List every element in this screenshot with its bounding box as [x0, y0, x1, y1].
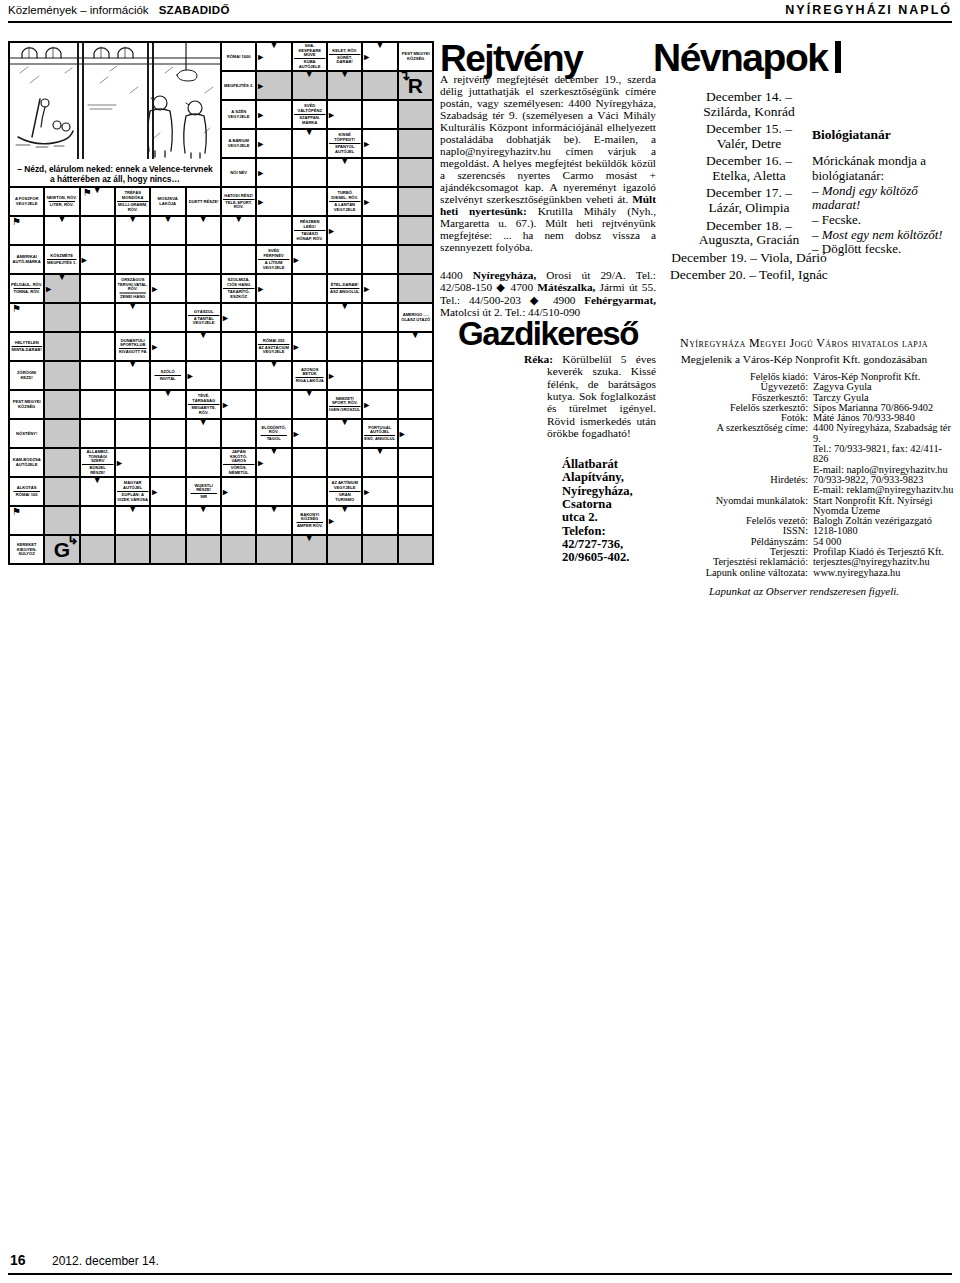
clue-line: DUNÁNTÚLI SPORTKLUB	[117, 338, 148, 347]
clue-line: NEWTON, RÖV.	[47, 196, 77, 200]
crossword-answer-cell[interactable]	[80, 419, 115, 448]
crossword-solution-cell[interactable]	[44, 390, 79, 419]
crossword-answer-cell[interactable]: ►	[292, 332, 327, 361]
arrow-down-icon: ▼	[164, 216, 173, 224]
crossword-answer-cell[interactable]: ►	[150, 332, 185, 361]
crossword-answer-cell[interactable]: ►	[327, 100, 362, 129]
crossword-answer-cell[interactable]	[115, 390, 150, 419]
crossword-answer-cell[interactable]	[80, 303, 115, 332]
crossword-answer-cell[interactable]	[221, 332, 256, 361]
crossword-answer-cell[interactable]	[150, 419, 185, 448]
crossword-answer-cell[interactable]: ▼	[398, 332, 433, 361]
clue-text: MEGFEJTÉS 2.	[222, 72, 255, 99]
crossword-answer-cell[interactable]	[221, 506, 256, 535]
crossword-solution-cell[interactable]	[44, 361, 79, 390]
crossword-solution-cell[interactable]	[44, 332, 79, 361]
crossword-answer-cell[interactable]	[221, 419, 256, 448]
clue-line: NEMZETI SPORT, RÖV.	[329, 396, 360, 405]
crossword-answer-cell[interactable]: ►	[256, 187, 291, 216]
clue-line: WUESTLI RÉSZE!	[188, 483, 219, 492]
arrow-right-icon: ►	[256, 52, 265, 61]
arrow-right-icon: ►	[150, 487, 159, 496]
arrow-right-icon: ►	[327, 516, 336, 525]
crossword-answer-cell[interactable]	[362, 158, 397, 187]
clue-line: RIGA LAKÓJA	[295, 377, 323, 383]
clue-line: TÉVÉ-TÁRSASÁG	[188, 394, 219, 403]
clue-line: DUETT RÉSZE!	[188, 199, 218, 203]
clue-line: SÖRÉT-DARAB!	[329, 54, 360, 65]
crossword-answer-cell[interactable]	[398, 506, 433, 535]
crossword-solution-cell[interactable]	[150, 535, 185, 564]
clue-line: PEST MEGYEI KÖZSÉG	[400, 52, 431, 61]
arrow-down-icon: ▼	[199, 506, 208, 514]
crossword-answer-cell[interactable]: ►	[221, 303, 256, 332]
crossword-solution-cell[interactable]	[221, 535, 256, 564]
clue-line: SVÉD VÁLTÓPÉNZ	[294, 104, 325, 113]
clue-line: IGEN OROSZUL	[329, 406, 360, 412]
clue-text: ÁLLAMBIZ-TONSÁGI SZERVBŰNJEL RÉSZE!	[81, 449, 114, 476]
crossword-answer-cell[interactable]	[362, 361, 397, 390]
crossword-answer-cell[interactable]: ►	[362, 477, 397, 506]
clue-line: GYÁSZOL	[193, 309, 213, 313]
crossword-solution-cell[interactable]	[398, 187, 433, 216]
crossword-answer-cell[interactable]	[292, 477, 327, 506]
crossword-solution-cell[interactable]	[44, 448, 79, 477]
crossword-given-letter-cell[interactable]: G↳	[44, 535, 79, 564]
crossword-answer-cell[interactable]: ►	[256, 129, 291, 158]
clue-line: AZ AKTÍNIUM VEGYJELE	[329, 481, 360, 490]
crossword-answer-cell[interactable]: ⚑	[9, 303, 44, 332]
impressum-row: Lapunk online változata:www.nyiregyhaza.…	[653, 568, 955, 578]
clue-line: PEST MEGYEI KÖZSÉG	[11, 400, 42, 409]
joke-line: – Fecske.	[812, 213, 960, 228]
crossword-answer-cell[interactable]	[362, 100, 397, 129]
crossword-answer-cell[interactable]: ►	[115, 448, 150, 477]
crossword-answer-cell[interactable]: ▼	[44, 216, 79, 245]
crossword-answer-cell[interactable]	[327, 332, 362, 361]
rejtveny-section-title: Rejtvény	[440, 40, 582, 77]
impressum-label: Lapunk online változata:	[653, 568, 808, 578]
crossword-answer-cell[interactable]: ►	[256, 158, 291, 187]
crossword-answer-cell[interactable]: ►▼	[362, 42, 397, 71]
crossword-solution-cell[interactable]	[398, 535, 433, 564]
crossword-answer-cell[interactable]: ▼	[327, 303, 362, 332]
newspaper-title: NYÍREGYHÁZI NAPLÓ	[785, 3, 952, 17]
contact-line: Csatorna	[562, 498, 633, 511]
nameday-names: Teofil, Ignác	[759, 267, 828, 282]
crossword-answer-cell[interactable]	[186, 448, 221, 477]
arrow-down-icon: ▼	[93, 187, 102, 195]
crossword-answer-cell[interactable]	[80, 332, 115, 361]
clue-text: RÉSZBEN LEÉG!TAVASZI HÓNAP, RÖV.	[293, 217, 326, 244]
clue-line: SHA-KESPEARE MŰVE	[294, 44, 325, 57]
crossword-answer-cell[interactable]: ▼	[256, 506, 291, 535]
nameday-entry: December 20. – Teofil, Ignác	[648, 268, 850, 283]
nameday-date: December 14. –	[706, 89, 792, 104]
contact-line: Nyíregyháza,	[562, 485, 633, 498]
crossword-solution-cell[interactable]	[115, 535, 150, 564]
crossword-answer-cell[interactable]: ▼	[256, 361, 291, 390]
clue-line: GRAN TURISMO	[329, 491, 360, 502]
clue-text: RÓMAI 255AZ ASZTÁCIUM VEGYJELE	[257, 333, 290, 360]
crossword-solution-cell[interactable]: ▼	[292, 535, 327, 564]
office-address-block: 4400 Nyíregyháza, Orosi út 29/A. Tel.: 4…	[440, 269, 656, 319]
crossword-solution-cell[interactable]	[80, 535, 115, 564]
arrow-right-icon: ►	[186, 371, 195, 380]
crossword-clue-cell: TRÉFÁS MONDÓKAMILLI-GRAMM, RÖV.	[115, 187, 150, 216]
crossword-solution-cell[interactable]	[398, 129, 433, 158]
clue-line: A FOSZFOR VEGYJELE	[11, 197, 42, 206]
crossword-solution-cell[interactable]	[398, 216, 433, 245]
rejtveny-text-1: A rejtvény megfejtését december 19., sze…	[440, 73, 656, 205]
crossword-clue-cell: DUETT RÉSZE!	[186, 187, 221, 216]
crossword-solution-cell[interactable]	[186, 535, 221, 564]
crossword-solution-cell[interactable]	[398, 274, 433, 303]
clue-text: KISSÉ TÖPPEDT!SPANYOL AUTÓJEL	[328, 130, 361, 157]
contact-line: 20/9605-402.	[562, 551, 633, 564]
crossword-clue-cell: KÖSZMÉTEMEGFEJTÉS 1.	[44, 245, 79, 274]
clue-line: KIVÁGOTT FA	[119, 348, 147, 354]
arrow-down-icon: ▼	[199, 216, 208, 224]
crossword-answer-cell[interactable]: ►	[398, 419, 433, 448]
nameday-date: December 16. –	[706, 153, 792, 168]
impressum-value: Tel.: 70/933-9821, fax: 42/411-826	[813, 444, 955, 465]
impressum-label: Nyomdai munkálatok:	[653, 496, 808, 517]
crossword-answer-cell[interactable]	[256, 303, 291, 332]
crossword-clue-cell: KISSÉ TÖPPEDT!SPANYOL AUTÓJEL	[327, 129, 362, 158]
crossword-answer-cell[interactable]: ▼	[115, 361, 150, 390]
crossword-clue-cell: PORTUGÁL AUTÓJELESŐ, ANGOLUL	[362, 419, 397, 448]
impressum-label: A szerkesztőség címe:	[653, 423, 808, 444]
crossword-answer-cell[interactable]	[292, 303, 327, 332]
crossword-answer-cell[interactable]	[398, 477, 433, 506]
crossword-solution-cell[interactable]: ►	[256, 71, 291, 100]
arrow-down-icon: ▼	[376, 42, 385, 50]
clue-text: AZ AKTÍNIUM VEGYJELEGRAN TURISMO	[328, 478, 361, 505]
impressum-publisher-line: Megjelenik a Város-Kép Nonprofit Kft. go…	[653, 353, 955, 365]
crossword-answer-cell[interactable]: ▼	[115, 506, 150, 535]
crossword-answer-cell[interactable]	[80, 361, 115, 390]
footer-rule	[8, 1273, 952, 1275]
clue-line: A TANTÁL VEGYJELE	[188, 315, 219, 326]
flag-arrow-icon: ⚑	[12, 304, 21, 314]
clue-line: LITER, RÖV.	[49, 201, 76, 207]
crossword-answer-cell[interactable]	[398, 361, 433, 390]
crossword-answer-cell[interactable]: ►	[327, 216, 362, 245]
crossword-answer-cell[interactable]	[362, 332, 397, 361]
clue-line: AMERIKAI AUTÓ-MÁRKA	[11, 255, 42, 264]
crossword-solution-cell[interactable]: ▼	[327, 71, 362, 100]
impressum-row: Tel.: 70/933-9821, fax: 42/411-826	[653, 444, 955, 465]
crossword-answer-cell[interactable]: ►	[150, 477, 185, 506]
crossword-answer-cell[interactable]: ▼	[186, 506, 221, 535]
crossword-answer-cell[interactable]: ▼	[115, 303, 150, 332]
pet-name: Réka:	[524, 353, 553, 365]
clue-text: PEST MEGYEI KÖZSÉG	[399, 43, 432, 70]
crossword-answer-cell[interactable]: ▼	[186, 216, 221, 245]
arrow-right-icon: ►	[362, 487, 371, 496]
crossword-solution-cell[interactable]	[398, 158, 433, 187]
clue-line: ESŐ, ANGOLUL	[364, 435, 395, 441]
arrow-right-icon: ►	[80, 255, 89, 264]
crossword-answer-cell[interactable]	[221, 361, 256, 390]
crossword-clue-cell: NEMZETI SPORT, RÖV.IGEN OROSZUL	[327, 390, 362, 419]
address-city: Fehérgyarmat,	[584, 294, 656, 306]
crossword-answer-cell[interactable]: ▼	[186, 332, 221, 361]
clue-text: TRÉFÁS MONDÓKAMILLI-GRAMM, RÖV.	[116, 188, 149, 215]
crossword-answer-cell[interactable]	[292, 158, 327, 187]
arrow-right-icon: ►	[221, 487, 230, 496]
impressum-row: A szerkesztőség címe:4400 Nyíregyháza, S…	[653, 423, 955, 444]
crossword-answer-cell[interactable]: ►	[150, 274, 185, 303]
crossword-answer-cell[interactable]: ►	[186, 361, 221, 390]
crossword-solution-cell[interactable]	[398, 245, 433, 274]
section-breadcrumb: Közlemények – információkSZABADIDŐ	[8, 4, 230, 16]
crossword-clue-cell: AZONOS BETŰKRIGA LAKÓJA	[292, 361, 327, 390]
clue-line: KISSÉ TÖPPEDT!	[329, 133, 360, 142]
clue-line: TONNA, RÖV.	[13, 288, 40, 294]
clue-line: PÉLDÁUL, RÖV.	[11, 283, 42, 287]
clue-text: ZÖRÖGNI KEZD!	[10, 362, 43, 389]
crossword-answer-cell[interactable]: ▼	[362, 448, 397, 477]
crossword-answer-cell[interactable]: ►	[256, 100, 291, 129]
page-number: 16	[10, 1252, 26, 1268]
crossword-answer-cell[interactable]	[398, 448, 433, 477]
crossword-answer-cell[interactable]	[362, 303, 397, 332]
crossword-clue-cell: ZÖRÖGNI KEZD!	[9, 361, 44, 390]
crossword-answer-cell[interactable]	[256, 390, 291, 419]
crossword-solution-cell[interactable]	[256, 535, 291, 564]
crossword-clue-cell: ELŐDÖNTŐ, RÖV.TAGOL	[256, 419, 291, 448]
crossword-answer-cell[interactable]: ►	[362, 187, 397, 216]
crossword-solution-cell[interactable]	[362, 71, 397, 100]
clue-line: A LÍTIUM VEGYJELE	[258, 259, 289, 270]
clue-line: ORSZÁGOS TERVHI-VATAL, RÖV.	[117, 278, 148, 291]
crossword-clue-cell: AMERIGO …, OLASZ UTAZÓ	[398, 303, 433, 332]
arrow-down-icon: ▼	[270, 506, 279, 514]
clue-line: RÓMAI 1000	[227, 54, 251, 58]
nameday-names: Valér, Detre	[717, 136, 782, 151]
crossword-clue-cell: A FOSZFOR VEGYJELE	[9, 187, 44, 216]
clue-line: TRÉFÁS MONDÓKA	[117, 191, 148, 200]
crossword-answer-cell[interactable]	[80, 274, 115, 303]
crossword-solution-cell[interactable]	[44, 477, 79, 506]
clue-text: AMERIGO …, OLASZ UTAZÓ	[399, 304, 432, 331]
clue-line: ÁLLAMBIZ-TONSÁGI SZERV	[82, 450, 113, 463]
crossword-answer-cell[interactable]: ►	[221, 477, 256, 506]
crossword-given-letter-cell[interactable]: R↴	[398, 71, 433, 100]
crossword-clue-cell: MEGFEJTÉS 2.	[221, 71, 256, 100]
crossword-solution-cell[interactable]: ▼	[292, 71, 327, 100]
arrow-down-icon: ▼	[58, 274, 67, 282]
clue-text: RÓMAI 1000	[222, 43, 255, 70]
crossword-solution-cell[interactable]: ►▼	[44, 274, 79, 303]
crossword-answer-cell[interactable]: ►▼	[327, 506, 362, 535]
arrow-right-icon: ►	[256, 139, 265, 148]
arrow-down-icon: ▼	[305, 390, 314, 398]
crossword-answer-cell[interactable]	[256, 477, 291, 506]
crossword-clue-cell: MOSZKVA LAKÓJA	[150, 187, 185, 216]
clue-text: AMERIKAI AUTÓ-MÁRKA	[10, 246, 43, 273]
crossword-answer-cell[interactable]: ►	[292, 419, 327, 448]
clue-line: ELŐDÖNTŐ, RÖV.	[258, 425, 289, 434]
crossword-answer-cell[interactable]	[150, 303, 185, 332]
clue-text: A BÁRIUM VEGYJELE	[222, 130, 255, 157]
arrow-right-icon: ►	[256, 458, 265, 467]
crossword-answer-cell[interactable]	[327, 245, 362, 274]
clue-text: KELET, RÖV.SÖRÉT-DARAB!	[328, 43, 361, 70]
crossword-clue-cell: RÓMAI 1000	[221, 42, 256, 71]
crossword-clue-cell: DUNÁNTÚLI SPORTKLUBKIVÁGOTT FA	[115, 332, 150, 361]
clue-text: NEMZETI SPORT, RÖV.IGEN OROSZUL	[328, 391, 361, 418]
impressum-value: www.nyiregyhaza.hu	[813, 568, 955, 578]
crossword-answer-cell[interactable]	[398, 390, 433, 419]
crossword-answer-cell[interactable]	[327, 448, 362, 477]
clue-line: ZÖRÖGNI KEZD!	[11, 371, 42, 380]
crossword-answer-cell[interactable]: ▼	[221, 216, 256, 245]
clue-text: PORTUGÁL AUTÓJELESŐ, ANGOLUL	[363, 420, 396, 447]
joke-line: – Most egy nem költözőt!	[812, 228, 960, 243]
crossword-answer-cell[interactable]: ▼	[292, 129, 327, 158]
crossword-grid: – Nézd, elárulom neked: ennek a Velence-…	[8, 41, 434, 565]
crossword-answer-cell[interactable]	[186, 245, 221, 274]
crossword-answer-cell[interactable]	[80, 390, 115, 419]
clue-text: A FOSZFOR VEGYJELE	[10, 188, 43, 215]
crossword-answer-cell[interactable]: ▼	[186, 419, 221, 448]
crossword-solution-cell[interactable]	[44, 303, 79, 332]
crossword-answer-cell[interactable]	[186, 274, 221, 303]
crossword-answer-cell[interactable]: ►	[327, 361, 362, 390]
crossword-answer-cell[interactable]: ▼	[292, 390, 327, 419]
arrow-down-icon: ▼	[199, 419, 208, 427]
crossword-answer-cell[interactable]	[362, 506, 397, 535]
crossword-clue-cell: A BÁRIUM VEGYJELE	[221, 129, 256, 158]
crossword-answer-cell[interactable]: ►	[221, 390, 256, 419]
crossword-clue-cell: PÉLDÁUL, RÖV.TONNA, RÖV.	[9, 274, 44, 303]
clue-line: SVÉD FÉRFINÉV	[258, 249, 289, 258]
arrow-right-icon: ►	[150, 342, 159, 351]
crossword-answer-cell[interactable]: ►▼	[256, 448, 291, 477]
nameday-date: December 19. –	[671, 250, 757, 265]
clue-line: SPANYOL AUTÓJEL	[329, 143, 360, 154]
crossword-cartoon-cell: – Nézd, elárulom neked: ennek a Velence-…	[9, 42, 221, 187]
crossword-answer-cell[interactable]: ►	[256, 274, 291, 303]
clue-line: AMERIGO …, OLASZ UTAZÓ	[400, 313, 431, 322]
clue-line: RÓMAI 100	[13, 491, 40, 497]
crossword-answer-cell[interactable]	[256, 216, 291, 245]
crossword-answer-cell[interactable]: ▼	[150, 390, 185, 419]
contact-line: Alapítvány,	[562, 471, 633, 484]
crossword-answer-cell[interactable]	[362, 216, 397, 245]
crossword-clue-cell: SVÉD VÁLTÓPÉNZSZAPPAN-MÁRKA	[292, 100, 327, 129]
clue-line: MINTA-DARAB!	[12, 346, 42, 352]
crossword-solution-cell[interactable]	[398, 100, 433, 129]
clue-line: HATODI RÉSZ!	[224, 193, 253, 197]
crossword-answer-cell[interactable]: ►	[362, 129, 397, 158]
crossword-answer-cell[interactable]	[292, 448, 327, 477]
crossword-solution-cell[interactable]	[44, 419, 79, 448]
clue-line: KAM-BODZSA AUTÓJELE	[11, 458, 42, 467]
crossword-answer-cell[interactable]	[80, 506, 115, 535]
shelter-contact-block: ÁllatbarátAlapítvány,Nyíregyháza,Csatorn…	[562, 458, 633, 565]
arrow-down-icon: ▼	[93, 477, 102, 485]
crossword-answer-cell[interactable]: ►	[292, 245, 327, 274]
clue-text: JAPÁN KIKÖTŐ-VÁROSVÖRÖS, NÉMETÜL	[222, 449, 255, 476]
crossword-answer-cell[interactable]: ⚑	[9, 216, 44, 245]
arrow-right-icon: ►	[398, 429, 407, 438]
impressum-observer-note: Lapunkat az Observer rendszeresen figyel…	[653, 585, 955, 597]
crossword-answer-cell[interactable]: ▼	[150, 216, 185, 245]
crossword-solution-cell[interactable]	[44, 506, 79, 535]
arrow-right-icon: ►	[115, 458, 124, 467]
gazdikereso-section-title: Gazdikereső	[440, 317, 656, 350]
clue-line: A BÁRIUM VEGYJELE	[223, 139, 254, 148]
clue-line: TELE-SPORT, RÖV.	[223, 199, 254, 210]
gazdikereso-body-text: Réka: Körülbelül 5 éves keverék szuka. K…	[547, 353, 656, 439]
impressum-rows: Felelős kiadó:Város-Kép Nonprofit Kft.Üg…	[653, 372, 955, 578]
crossword-answer-cell[interactable]	[150, 245, 185, 274]
cartoon-caption: – Nézd, elárulom neked: ennek a Velence-…	[10, 164, 220, 184]
address-run: 4400	[440, 269, 473, 281]
crossword-answer-cell[interactable]	[221, 245, 256, 274]
contact-line: 42/727-736,	[562, 538, 633, 551]
crossword-answer-cell[interactable]: ⚑▼	[80, 187, 115, 216]
crossword-answer-cell[interactable]	[292, 274, 327, 303]
clue-text: TURBÓ DIESEL, RÖV.A LANTÁN VEGYJELE	[328, 188, 361, 215]
clue-text: DUNÁNTÚLI SPORTKLUBKIVÁGOTT FA	[116, 333, 149, 360]
clue-line: SZAPPAN-MÁRKA	[294, 114, 325, 125]
clue-line: NŐI NÉV	[230, 170, 247, 174]
crossword-answer-cell[interactable]: ▼	[80, 477, 115, 506]
crossword-answer-cell[interactable]: ►	[362, 390, 397, 419]
crossword-answer-cell[interactable]: ►▼	[256, 42, 291, 71]
impressum: Nyíregyháza Megyei Jogú Város hivatalos …	[653, 336, 955, 597]
crossword-answer-cell[interactable]	[150, 448, 185, 477]
crossword-answer-cell[interactable]: ►	[362, 274, 397, 303]
arrow-down-icon: ▼	[305, 129, 314, 137]
crossword-answer-cell[interactable]	[115, 419, 150, 448]
arrow-down-icon: ▼	[270, 448, 279, 456]
crossword-answer-cell[interactable]	[292, 187, 327, 216]
arrow-right-icon: ►	[256, 110, 265, 119]
crossword-clue-cell: TÉVÉ-TÁRSASÁGMEGABYTE, RÖV.	[186, 390, 221, 419]
crossword-solution-cell[interactable]	[362, 535, 397, 564]
crossword-clue-cell: SVÉD FÉRFINÉVA LÍTIUM VEGYJELE	[256, 245, 291, 274]
clue-line: TAGOL	[261, 435, 288, 441]
arrow-down-icon: ▼	[376, 448, 385, 456]
crossword-answer-cell[interactable]	[150, 506, 185, 535]
crossword-answer-cell[interactable]	[115, 245, 150, 274]
crossword-answer-cell[interactable]: ⚑	[9, 506, 44, 535]
nameday-date: December 15. –	[706, 121, 792, 136]
crossword-answer-cell[interactable]: ►	[80, 245, 115, 274]
crossword-answer-cell[interactable]: ▼	[327, 158, 362, 187]
crossword-answer-cell[interactable]: ▼	[115, 216, 150, 245]
crossword-solution-cell[interactable]	[327, 535, 362, 564]
crossword-answer-cell[interactable]	[80, 216, 115, 245]
crossword-answer-cell[interactable]	[362, 245, 397, 274]
clue-line: DUPLÁN: A VIZEK VÁROSA	[117, 491, 148, 502]
impressum-row: Nyomdai munkálatok:Start Nonprofit Kft. …	[653, 496, 955, 517]
arrow-right-icon: ►	[362, 139, 371, 148]
clue-line: SZOLMIZÁ-CIÓS HANG	[223, 278, 254, 287]
clue-text: HATODI RÉSZ!TELE-SPORT, RÖV.	[222, 188, 255, 215]
arrow-down-icon: ▼	[128, 303, 137, 311]
crossword-answer-cell[interactable]: ▼	[327, 419, 362, 448]
nameday-date: December 17. –	[706, 185, 792, 200]
clue-text: SZŐLŐINVITÁL	[151, 362, 184, 389]
crossword-clue-cell: AMERIKAI AUTÓ-MÁRKA	[9, 245, 44, 274]
